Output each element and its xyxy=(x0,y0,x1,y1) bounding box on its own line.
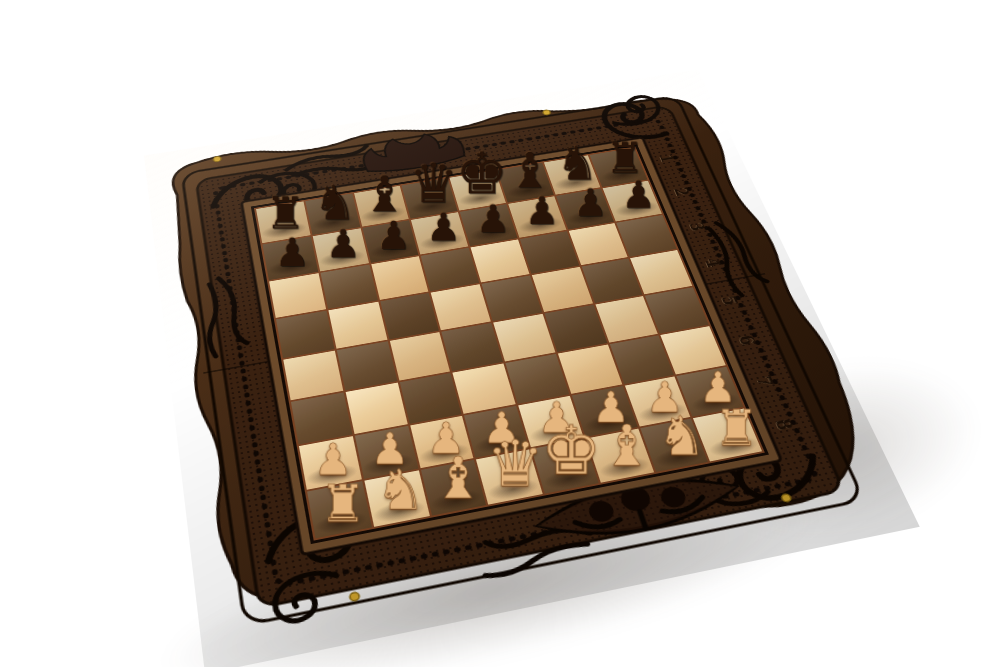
square-c6[interactable] xyxy=(371,256,429,300)
square-e7[interactable] xyxy=(460,204,517,246)
photo-canvas: 12345678 ♜♞♝♛♚♝♞♜♟♟♟♟♟♟♟♟♟♟♟♟♟♟♟♟♜♞♝♛♚♝♞… xyxy=(0,0,1000,667)
square-e5[interactable] xyxy=(482,276,542,321)
white-rook-glyph[interactable]: ♜ xyxy=(302,478,382,529)
square-d6[interactable] xyxy=(421,247,479,291)
square-e6[interactable] xyxy=(470,239,529,282)
